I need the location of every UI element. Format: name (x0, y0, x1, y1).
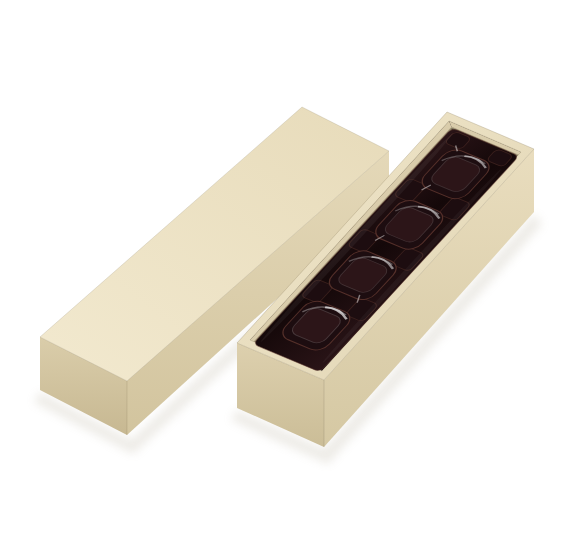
photo-canvas (0, 0, 570, 550)
product-photo (0, 0, 570, 550)
